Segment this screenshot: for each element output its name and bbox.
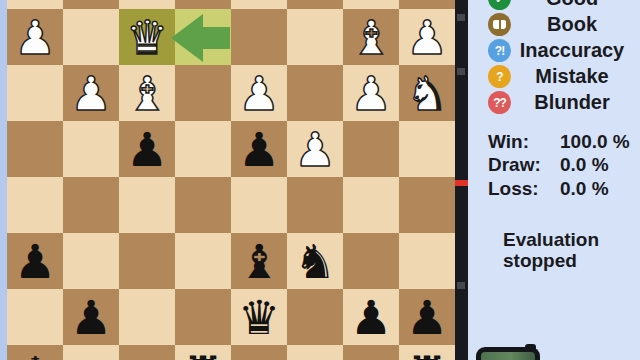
square[interactable]	[63, 177, 119, 233]
white-pawn[interactable]: ♟	[350, 70, 392, 117]
square[interactable]: ♜	[399, 345, 455, 360]
square[interactable]	[399, 233, 455, 289]
evaluation-status-line1: Evaluation	[503, 229, 599, 250]
inaccuracy-icon-glyph: ?!	[495, 45, 504, 57]
black-rook[interactable]: ♜	[182, 350, 224, 360]
badge-mistake: ? Mistake	[468, 65, 640, 88]
square[interactable]: ♛	[119, 9, 175, 65]
square[interactable]	[7, 177, 63, 233]
square[interactable]: ♛	[231, 289, 287, 345]
analysis-panel: ✓ Good Book ?! Inaccuracy ? Mistake ?? B…	[468, 0, 640, 360]
square[interactable]: ♟	[63, 65, 119, 121]
square[interactable]	[175, 0, 231, 9]
white-king[interactable]: ♚	[70, 0, 112, 5]
badge-inaccuracy: ?! Inaccuracy	[468, 39, 640, 62]
eval-bar	[455, 0, 468, 360]
square[interactable]	[63, 121, 119, 177]
square[interactable]: ♟	[7, 233, 63, 289]
badge-book-label: Book	[513, 13, 631, 36]
evaluation-status: Evaluation stopped	[503, 229, 599, 271]
square[interactable]	[175, 177, 231, 233]
square[interactable]	[175, 65, 231, 121]
mistake-icon: ?	[488, 65, 511, 88]
good-icon-glyph: ✓	[495, 0, 504, 5]
badge-mistake-label: Mistake	[513, 65, 631, 88]
engine-icon-nub	[525, 344, 536, 351]
blunder-icon-glyph: ??	[493, 97, 506, 109]
square[interactable]	[63, 345, 119, 360]
square[interactable]	[231, 9, 287, 65]
square[interactable]	[7, 65, 63, 121]
book-icon-glyph	[493, 20, 506, 29]
square[interactable]	[7, 0, 63, 9]
square[interactable]	[63, 233, 119, 289]
square[interactable]	[231, 177, 287, 233]
evaluation-status-line2: stopped	[503, 250, 599, 271]
square[interactable]: ♟	[399, 9, 455, 65]
black-bishop[interactable]: ♝	[238, 238, 280, 285]
square[interactable]: ♟	[119, 121, 175, 177]
badge-inaccuracy-label: Inaccuracy	[513, 39, 631, 62]
badge-blunder: ?? Blunder	[468, 91, 640, 114]
square[interactable]	[287, 177, 343, 233]
square[interactable]	[7, 121, 63, 177]
square[interactable]	[399, 121, 455, 177]
square[interactable]: ♟	[231, 121, 287, 177]
square[interactable]	[119, 233, 175, 289]
square[interactable]: ♚	[63, 0, 119, 9]
left-panel-edge	[0, 0, 7, 360]
black-pawn[interactable]: ♟	[70, 294, 112, 341]
square[interactable]	[119, 177, 175, 233]
eval-tick	[457, 282, 465, 289]
square[interactable]: ♟	[343, 65, 399, 121]
square[interactable]: ♞	[287, 233, 343, 289]
square[interactable]: ♞	[399, 65, 455, 121]
app-viewport: ♚♜♟♛♝♟♟♝♟♟♞♟♟♟♟♝♞♟♛♟♟♚♜♜ ✓ Good Book ?! …	[0, 0, 640, 360]
white-knight[interactable]: ♞	[406, 70, 448, 117]
square[interactable]	[119, 289, 175, 345]
stat-draw-value: 0.0 %	[560, 154, 609, 176]
square[interactable]: ♟	[63, 289, 119, 345]
white-pawn[interactable]: ♟	[70, 70, 112, 117]
square[interactable]	[287, 289, 343, 345]
square[interactable]: ♟	[343, 289, 399, 345]
stat-loss-label: Loss:	[488, 178, 539, 200]
black-knight[interactable]: ♞	[294, 238, 336, 285]
square[interactable]: ♜	[119, 0, 175, 9]
chess-board: ♚♜♟♛♝♟♟♝♟♟♞♟♟♟♟♝♞♟♛♟♟♚♜♜	[7, 0, 455, 360]
inaccuracy-icon: ?!	[488, 39, 511, 62]
square[interactable]	[231, 345, 287, 360]
stat-loss: Loss: 0.0 %	[468, 178, 640, 200]
square[interactable]	[399, 177, 455, 233]
square[interactable]	[63, 9, 119, 65]
black-pawn[interactable]: ♟	[350, 294, 392, 341]
badge-book: Book	[468, 13, 640, 36]
white-pawn[interactable]: ♟	[14, 14, 56, 61]
badge-good: ✓ Good	[468, 0, 640, 10]
black-rook[interactable]: ♜	[406, 350, 448, 360]
square[interactable]	[399, 0, 455, 9]
square[interactable]	[287, 9, 343, 65]
square[interactable]	[175, 289, 231, 345]
square[interactable]: ♟	[231, 65, 287, 121]
blunder-icon: ??	[488, 91, 511, 114]
square[interactable]	[343, 0, 399, 9]
white-pawn[interactable]: ♟	[238, 70, 280, 117]
square[interactable]	[287, 0, 343, 9]
stat-loss-value: 0.0 %	[560, 178, 609, 200]
square[interactable]	[343, 233, 399, 289]
black-pawn[interactable]: ♟	[238, 126, 280, 173]
square[interactable]: ♝	[343, 9, 399, 65]
square[interactable]: ♜	[175, 345, 231, 360]
stat-draw: Draw: 0.0 %	[468, 154, 640, 176]
white-bishop[interactable]: ♝	[350, 14, 392, 61]
stat-draw-label: Draw:	[488, 154, 541, 176]
square[interactable]	[175, 233, 231, 289]
white-pawn[interactable]: ♟	[406, 14, 448, 61]
square[interactable]: ♟	[7, 9, 63, 65]
square[interactable]: ♝	[231, 233, 287, 289]
black-pawn[interactable]: ♟	[126, 126, 168, 173]
white-bishop[interactable]: ♝	[126, 70, 168, 117]
mistake-icon-glyph: ?	[496, 71, 502, 83]
square[interactable]	[343, 345, 399, 360]
board-area: ♚♜♟♛♝♟♟♝♟♟♞♟♟♟♟♝♞♟♛♟♟♚♜♜	[7, 0, 455, 360]
stat-win-value: 100.0 %	[560, 131, 630, 153]
square[interactable]: ♟	[399, 289, 455, 345]
badge-blunder-label: Blunder	[513, 91, 631, 114]
eval-tick	[457, 14, 465, 21]
white-rook[interactable]: ♜	[126, 0, 168, 5]
good-icon: ✓	[488, 0, 511, 10]
square[interactable]	[343, 121, 399, 177]
square[interactable]	[287, 65, 343, 121]
book-icon	[488, 13, 511, 36]
square[interactable]: ♟	[287, 121, 343, 177]
black-pawn[interactable]: ♟	[406, 294, 448, 341]
square[interactable]	[7, 289, 63, 345]
stat-win-label: Win:	[488, 131, 529, 153]
square[interactable]	[175, 121, 231, 177]
white-queen[interactable]: ♛	[126, 14, 168, 61]
square[interactable]	[119, 345, 175, 360]
stat-win: Win: 100.0 %	[468, 131, 640, 153]
black-queen[interactable]: ♛	[238, 294, 280, 341]
badge-good-label: Good	[513, 0, 631, 10]
square[interactable]	[343, 177, 399, 233]
square[interactable]	[287, 345, 343, 360]
black-pawn[interactable]: ♟	[14, 238, 56, 285]
square[interactable]	[175, 9, 231, 65]
eval-tick	[457, 68, 465, 75]
square[interactable]	[231, 0, 287, 9]
black-king[interactable]: ♚	[14, 350, 56, 360]
square[interactable]: ♚	[7, 345, 63, 360]
eval-marker	[455, 180, 468, 186]
white-pawn[interactable]: ♟	[294, 126, 336, 173]
square[interactable]: ♝	[119, 65, 175, 121]
